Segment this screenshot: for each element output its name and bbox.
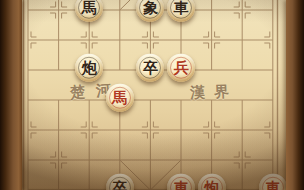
piece-character: 象 xyxy=(143,0,158,15)
piece-black-horse[interactable]: 馬 xyxy=(75,0,103,22)
wood-frame-left xyxy=(0,0,22,190)
piece-character: 車 xyxy=(265,180,280,190)
piece-character: 卒 xyxy=(143,60,158,75)
piece-black-soldier-b[interactable]: 卒 xyxy=(106,174,134,190)
piece-black-elephant[interactable]: 象 xyxy=(136,0,164,22)
piece-character: 炮 xyxy=(82,60,97,75)
piece-black-cannon[interactable]: 炮 xyxy=(75,54,103,82)
piece-red-chariot-a[interactable]: 車 xyxy=(167,174,195,190)
piece-character: 車 xyxy=(174,180,189,190)
piece-character: 馬 xyxy=(112,90,127,105)
piece-red-soldier[interactable]: 兵 xyxy=(167,54,195,82)
piece-black-chariot[interactable]: 車 xyxy=(167,0,195,22)
piece-black-soldier-a[interactable]: 卒 xyxy=(136,54,164,82)
wood-frame-right xyxy=(286,0,304,190)
piece-character: 卒 xyxy=(112,180,127,190)
piece-character: 兵 xyxy=(174,60,189,75)
piece-character: 車 xyxy=(174,0,189,15)
piece-red-cannon[interactable]: 炮 xyxy=(198,174,226,190)
piece-character: 馬 xyxy=(82,0,97,15)
piece-red-chariot-b[interactable]: 車 xyxy=(259,174,287,190)
pieces-layer: 馬象車炮卒兵馬卒車炮車 xyxy=(0,0,304,190)
xiangqi-board: 楚河 漢界 馬象車炮卒兵馬卒車炮車 xyxy=(0,0,304,190)
piece-character: 炮 xyxy=(204,180,219,190)
piece-red-horse[interactable]: 馬 xyxy=(106,84,134,112)
